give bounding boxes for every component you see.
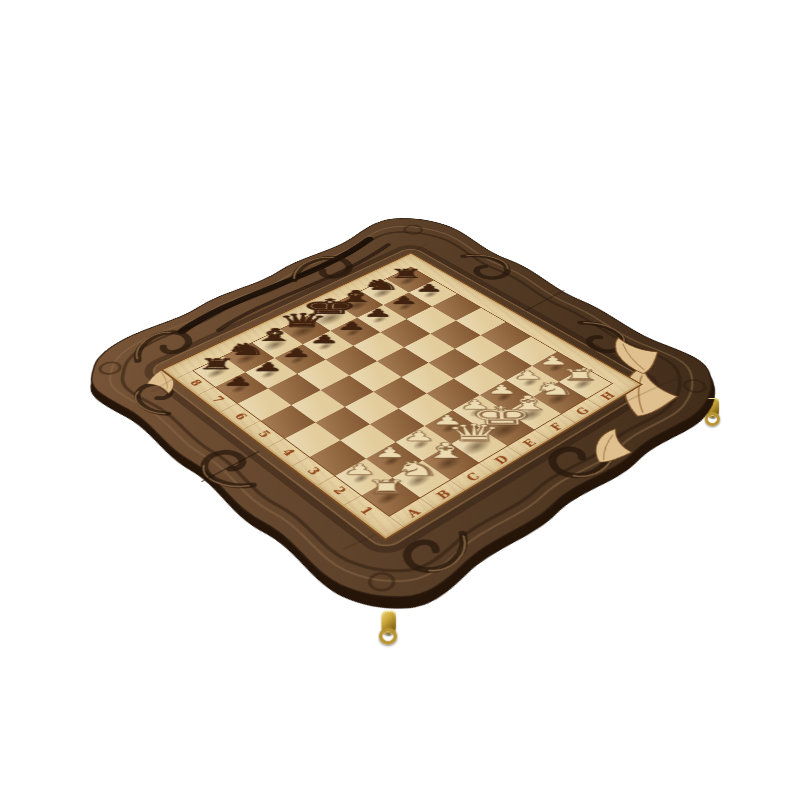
- square-b2[interactable]: [366, 442, 422, 478]
- piece-black-pawn[interactable]: ♟: [249, 361, 287, 373]
- piece-black-pawn[interactable]: ♟: [334, 320, 370, 331]
- piece-black-pawn[interactable]: ♟: [306, 333, 343, 345]
- piece-black-pawn[interactable]: ♟: [387, 295, 421, 306]
- piece-black-pawn[interactable]: ♟: [278, 347, 315, 359]
- square-d1[interactable]: [451, 428, 507, 463]
- chess-board: ABCDEFGH 12345678 ♜♞♝♛♚♝♞♜♟♟♟♟♟♟♟♟♟♟♟♟♟♟…: [30, 196, 779, 655]
- square-a1[interactable]: [362, 478, 420, 516]
- piece-black-pawn[interactable]: ♟: [360, 307, 395, 318]
- product-photo: ABCDEFGH 12345678 ♜♞♝♛♚♝♞♜♟♟♟♟♟♟♟♟♟♟♟♟♟♟…: [0, 0, 800, 800]
- piece-black-pawn[interactable]: ♟: [412, 283, 446, 293]
- piece-black-rook[interactable]: ♜: [197, 357, 236, 372]
- square-a2[interactable]: [335, 459, 392, 496]
- square-c1[interactable]: [422, 444, 479, 480]
- piece-white-pawn[interactable]: ♟: [534, 355, 572, 367]
